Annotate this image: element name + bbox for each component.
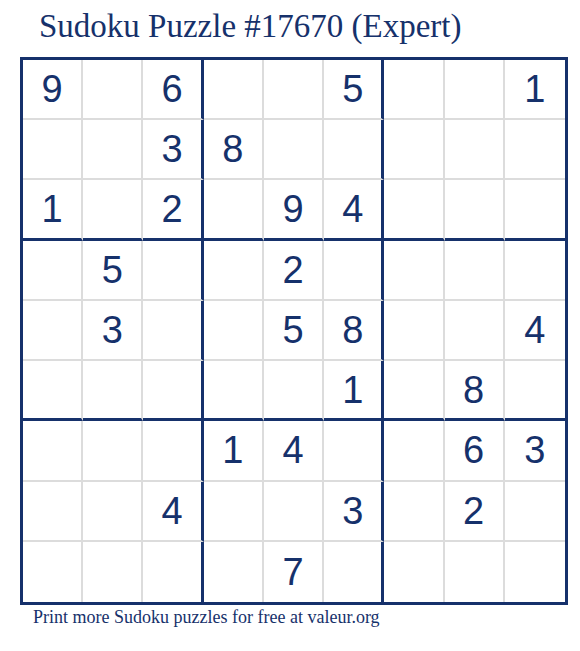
- cell-r1c1: 9: [23, 60, 83, 120]
- cell-r8c9: [505, 482, 565, 542]
- cell-r9c2: [83, 542, 143, 602]
- cell-r7c7: [384, 421, 444, 481]
- cell-r7c5: 4: [264, 421, 324, 481]
- cell-r7c1: [23, 421, 83, 481]
- cell-r7c3: [143, 421, 203, 481]
- cell-r6c1: [23, 361, 83, 421]
- cell-r8c3: 4: [143, 482, 203, 542]
- cell-r3c6: 4: [324, 180, 384, 240]
- cell-r6c7: [384, 361, 444, 421]
- cell-r6c6: 1: [324, 361, 384, 421]
- cell-r5c4: [204, 301, 264, 361]
- page: { "header": { "title": "Sudoku Puzzle #1…: [0, 0, 580, 651]
- cell-r4c7: [384, 241, 444, 301]
- cell-r8c1: [23, 482, 83, 542]
- cell-r2c4: 8: [204, 120, 264, 180]
- cell-r6c3: [143, 361, 203, 421]
- cell-r9c6: [324, 542, 384, 602]
- cell-r2c7: [384, 120, 444, 180]
- cell-r1c3: 6: [143, 60, 203, 120]
- cell-r6c9: [505, 361, 565, 421]
- cell-r1c2: [83, 60, 143, 120]
- cell-r9c3: [143, 542, 203, 602]
- cell-r8c5: [264, 482, 324, 542]
- cell-r8c6: 3: [324, 482, 384, 542]
- cell-r4c6: [324, 241, 384, 301]
- page-title: Sudoku Puzzle #17670 (Expert): [39, 8, 462, 45]
- cell-r9c8: [445, 542, 505, 602]
- cell-r5c8: [445, 301, 505, 361]
- cell-r4c5: 2: [264, 241, 324, 301]
- cell-r3c3: 2: [143, 180, 203, 240]
- cell-r2c2: [83, 120, 143, 180]
- cell-r8c7: [384, 482, 444, 542]
- cell-r1c9: 1: [505, 60, 565, 120]
- cell-r1c5: [264, 60, 324, 120]
- cell-r7c4: 1: [204, 421, 264, 481]
- cell-r1c8: [445, 60, 505, 120]
- cell-r9c7: [384, 542, 444, 602]
- cell-r5c6: 8: [324, 301, 384, 361]
- cell-r4c4: [204, 241, 264, 301]
- cell-r3c7: [384, 180, 444, 240]
- cell-r3c2: [83, 180, 143, 240]
- cell-r9c4: [204, 542, 264, 602]
- cell-r3c8: [445, 180, 505, 240]
- cell-r4c1: [23, 241, 83, 301]
- cell-r6c4: [204, 361, 264, 421]
- cell-r4c2: 5: [83, 241, 143, 301]
- cell-r4c8: [445, 241, 505, 301]
- cell-r9c9: [505, 542, 565, 602]
- cell-r8c8: 2: [445, 482, 505, 542]
- cell-r2c9: [505, 120, 565, 180]
- cell-r6c8: 8: [445, 361, 505, 421]
- cell-r3c9: [505, 180, 565, 240]
- cell-r6c2: [83, 361, 143, 421]
- sudoku-board: 96513812945235841814634327: [20, 57, 568, 605]
- cell-r3c1: 1: [23, 180, 83, 240]
- cell-r2c5: [264, 120, 324, 180]
- cell-r1c6: 5: [324, 60, 384, 120]
- cell-r5c7: [384, 301, 444, 361]
- cell-r7c6: [324, 421, 384, 481]
- cell-r1c7: [384, 60, 444, 120]
- cell-r4c3: [143, 241, 203, 301]
- cell-r3c4: [204, 180, 264, 240]
- cell-r2c3: 3: [143, 120, 203, 180]
- cell-r1c4: [204, 60, 264, 120]
- cell-r2c1: [23, 120, 83, 180]
- cell-r8c2: [83, 482, 143, 542]
- cell-r7c9: 3: [505, 421, 565, 481]
- cell-r9c5: 7: [264, 542, 324, 602]
- cell-r7c2: [83, 421, 143, 481]
- cell-r5c5: 5: [264, 301, 324, 361]
- cell-r2c6: [324, 120, 384, 180]
- cell-r4c9: [505, 241, 565, 301]
- cell-r9c1: [23, 542, 83, 602]
- cell-r5c1: [23, 301, 83, 361]
- cell-r7c8: 6: [445, 421, 505, 481]
- cell-r5c3: [143, 301, 203, 361]
- cell-r5c2: 3: [83, 301, 143, 361]
- cell-r2c8: [445, 120, 505, 180]
- cell-r8c4: [204, 482, 264, 542]
- cell-r6c5: [264, 361, 324, 421]
- footer-text: Print more Sudoku puzzles for free at va…: [33, 607, 380, 628]
- cell-r5c9: 4: [505, 301, 565, 361]
- cell-r3c5: 9: [264, 180, 324, 240]
